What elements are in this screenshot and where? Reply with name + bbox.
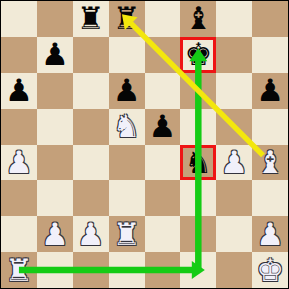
piece-white-king-h1[interactable]: ♚: [252, 252, 288, 288]
square-c6[interactable]: [73, 73, 109, 109]
piece-black-pawn-d6[interactable]: ♟: [109, 73, 145, 109]
square-b6[interactable]: [37, 73, 73, 109]
piece-white-bishop-h4[interactable]: ♝: [252, 145, 288, 181]
piece-white-pawn-h2[interactable]: ♟: [252, 216, 288, 252]
square-d1[interactable]: [109, 252, 145, 288]
square-f2[interactable]: [180, 216, 216, 252]
square-a3[interactable]: [1, 180, 37, 216]
piece-white-pawn-c2[interactable]: ♟: [73, 216, 109, 252]
square-g5[interactable]: [216, 109, 252, 145]
square-b1[interactable]: [37, 252, 73, 288]
square-g8[interactable]: [216, 1, 252, 37]
square-c1[interactable]: [73, 252, 109, 288]
square-h7[interactable]: [252, 37, 288, 73]
piece-black-pawn-e5[interactable]: ♟: [145, 109, 181, 145]
piece-white-rook-a1[interactable]: ♜: [1, 252, 37, 288]
piece-black-pawn-a6[interactable]: ♟: [1, 73, 37, 109]
piece-white-pawn-a4[interactable]: ♟: [1, 145, 37, 181]
square-b5[interactable]: [37, 109, 73, 145]
square-f1[interactable]: [180, 252, 216, 288]
square-e2[interactable]: [145, 216, 181, 252]
square-f3[interactable]: [180, 180, 216, 216]
square-a7[interactable]: [1, 37, 37, 73]
piece-white-pawn-b2[interactable]: ♟: [37, 216, 73, 252]
square-c7[interactable]: [73, 37, 109, 73]
square-e6[interactable]: [145, 73, 181, 109]
square-g6[interactable]: [216, 73, 252, 109]
square-c5[interactable]: [73, 109, 109, 145]
chess-board: ♜♜♝♟♚♟♟♟♞♟♟♞♟♝♟♟♜♟♜♚: [0, 0, 289, 289]
square-h8[interactable]: [252, 1, 288, 37]
square-g1[interactable]: [216, 252, 252, 288]
square-a5[interactable]: [1, 109, 37, 145]
piece-white-rook-d2[interactable]: ♜: [109, 216, 145, 252]
piece-black-pawn-h6[interactable]: ♟: [252, 73, 288, 109]
square-h3[interactable]: [252, 180, 288, 216]
square-d4[interactable]: [109, 145, 145, 181]
piece-black-knight-f4[interactable]: ♞: [180, 145, 216, 181]
square-f6[interactable]: [180, 73, 216, 109]
piece-black-king-f7[interactable]: ♚: [180, 37, 216, 73]
square-h5[interactable]: [252, 109, 288, 145]
square-e3[interactable]: [145, 180, 181, 216]
square-b8[interactable]: [37, 1, 73, 37]
square-e7[interactable]: [145, 37, 181, 73]
piece-black-bishop-f8[interactable]: ♝: [180, 1, 216, 37]
square-a8[interactable]: [1, 1, 37, 37]
piece-white-knight-d5[interactable]: ♞: [109, 109, 145, 145]
square-d7[interactable]: [109, 37, 145, 73]
square-e8[interactable]: [145, 1, 181, 37]
square-f5[interactable]: [180, 109, 216, 145]
square-b4[interactable]: [37, 145, 73, 181]
square-a2[interactable]: [1, 216, 37, 252]
piece-white-pawn-g4[interactable]: ♟: [216, 145, 252, 181]
piece-black-pawn-b7[interactable]: ♟: [37, 37, 73, 73]
square-d3[interactable]: [109, 180, 145, 216]
square-c4[interactable]: [73, 145, 109, 181]
square-g7[interactable]: [216, 37, 252, 73]
piece-black-rook-c8[interactable]: ♜: [73, 1, 109, 37]
piece-black-rook-d8[interactable]: ♜: [109, 1, 145, 37]
square-c3[interactable]: [73, 180, 109, 216]
square-b3[interactable]: [37, 180, 73, 216]
square-g3[interactable]: [216, 180, 252, 216]
square-e1[interactable]: [145, 252, 181, 288]
square-e4[interactable]: [145, 145, 181, 181]
square-g2[interactable]: [216, 216, 252, 252]
